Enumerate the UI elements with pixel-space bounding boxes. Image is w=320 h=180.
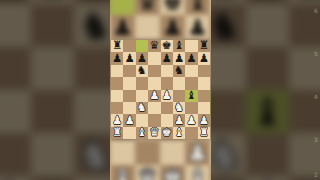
white-pawn[interactable]: ♟ [162, 90, 172, 101]
square-b3 [31, 133, 74, 176]
square-d2 [135, 140, 160, 165]
black-bishop: ♝ [187, 0, 208, 14]
square-g6[interactable] [185, 65, 197, 77]
black-pawn[interactable]: ♟ [186, 53, 196, 64]
square-g2: ♟ [210, 140, 211, 165]
white-bishop: ♝ [112, 166, 133, 180]
square-h1[interactable]: ♜ [198, 127, 210, 139]
black-knight[interactable]: ♞ [137, 65, 147, 76]
square-c3[interactable]: ♞ [136, 102, 148, 114]
square-g6 [210, 40, 211, 65]
square-f1: ♝ [185, 165, 210, 180]
square-e7: ♟ [160, 15, 185, 40]
square-g4[interactable]: ♝ [185, 90, 197, 102]
square-d8[interactable]: ♛ [148, 40, 160, 52]
rank-label: 4 [314, 93, 318, 100]
black-pawn: ♟ [187, 16, 208, 39]
square-d8: ♛ [135, 0, 160, 15]
white-bishop: ♝ [187, 166, 208, 180]
rank-label: 6 [314, 7, 318, 14]
square-g5 [210, 65, 211, 90]
square-b4[interactable] [123, 90, 135, 102]
square-e8: ♚ [160, 0, 185, 15]
rank-label: 5 [314, 50, 318, 57]
chess-board-grid[interactable]: ♜♛♚♝♜♟♟♟♟♟♟♟♞♞♟♟♝♞♞♟♟♟♟♟♜♝♛♚♝♜ [111, 40, 210, 139]
white-king: ♚ [162, 166, 183, 180]
white-pawn: ♟ [207, 178, 242, 180]
black-knight: ♞ [207, 6, 242, 45]
white-pawn[interactable]: ♟ [149, 90, 159, 101]
white-pawn: ♟ [0, 178, 27, 180]
square-h4[interactable] [198, 90, 210, 102]
black-pawn: ♟ [112, 16, 133, 39]
square-e2 [160, 140, 185, 165]
square-e1: ♚ [160, 165, 185, 180]
black-bishop[interactable]: ♝ [186, 90, 196, 101]
square-a6[interactable] [111, 65, 123, 77]
white-bishop[interactable]: ♝ [174, 127, 184, 138]
square-c7: ♟ [110, 15, 135, 40]
black-king: ♚ [162, 0, 183, 14]
square-c2 [110, 140, 135, 165]
square-f2: ♟ [185, 140, 210, 165]
rank-label: 3 [314, 136, 318, 143]
square-h7[interactable]: ♟ [198, 52, 210, 64]
square-b2[interactable]: ♟ [123, 114, 135, 126]
square-a4[interactable] [111, 90, 123, 102]
black-pawn: ♟ [78, 0, 113, 2]
square-f8: ♝ [185, 0, 210, 15]
chess-board[interactable]: ♜♛♚♝♜♟♟♟♟♟♟♟♞♞♟♟♝♞♞♟♟♟♟♟♜♝♛♚♝♜ [111, 40, 210, 139]
square-b6[interactable] [123, 65, 135, 77]
black-pawn[interactable]: ♟ [162, 53, 172, 64]
black-queen: ♛ [137, 0, 158, 14]
square-d6[interactable] [148, 65, 160, 77]
white-pawn[interactable]: ♟ [124, 115, 134, 126]
white-bishop[interactable]: ♝ [137, 127, 147, 138]
white-knight: ♞ [78, 135, 113, 174]
square-a2: ♟ [0, 176, 31, 180]
black-bishop: ♝ [250, 92, 285, 131]
square-g4: ♝ [210, 90, 211, 115]
black-pawn: ♟ [0, 0, 27, 2]
square-e3[interactable] [161, 102, 173, 114]
square-d4[interactable]: ♟ [148, 90, 160, 102]
white-queen: ♛ [137, 166, 158, 180]
square-a5 [0, 47, 31, 90]
video-strip: ♜♛♚♝♜♟♟♟♟♟♟♟♞♞♟♟♝♞♞♟♟♟♟♟♜♝♛♚♝♜ ♜♛♚♝♜♟♟♟♟… [110, 0, 211, 180]
square-g1 [210, 165, 211, 180]
square-g6 [246, 4, 289, 47]
square-b1[interactable] [123, 127, 135, 139]
white-pawn[interactable]: ♟ [186, 115, 196, 126]
square-f5[interactable] [173, 77, 185, 89]
square-b4 [31, 90, 74, 133]
square-b5 [31, 47, 74, 90]
square-e1[interactable]: ♚ [161, 127, 173, 139]
white-rook[interactable]: ♜ [112, 127, 122, 138]
square-c1[interactable]: ♝ [136, 127, 148, 139]
white-king[interactable]: ♚ [162, 127, 172, 138]
white-knight: ♞ [207, 135, 242, 174]
black-pawn: ♟ [162, 16, 183, 39]
square-c1: ♝ [110, 165, 135, 180]
black-pawn[interactable]: ♟ [199, 53, 209, 64]
white-pawn: ♟ [187, 141, 208, 164]
white-rook[interactable]: ♜ [199, 127, 209, 138]
square-g8 [210, 0, 211, 15]
square-b7[interactable]: ♟ [123, 52, 135, 64]
square-g7: ♟ [210, 15, 211, 40]
black-pawn: ♟ [250, 0, 285, 2]
square-g7[interactable]: ♟ [185, 52, 197, 64]
black-knight[interactable]: ♞ [174, 65, 184, 76]
square-a1[interactable]: ♜ [111, 127, 123, 139]
video-frame: ♜♛♚♝♜♟♟♟♟♟♟♟♞♞♟♟♝♞♞♟♟♟♟♟♜♝♛♚♝♜ 6 5 4 3 2… [0, 0, 320, 180]
square-c6[interactable]: ♞ [136, 65, 148, 77]
square-d1[interactable]: ♛ [148, 127, 160, 139]
rank-label: 2 [314, 171, 318, 178]
white-queen[interactable]: ♛ [149, 127, 159, 138]
square-d3[interactable] [148, 102, 160, 114]
white-pawn: ♟ [35, 178, 70, 180]
white-knight[interactable]: ♞ [137, 102, 147, 113]
square-b6 [31, 4, 74, 47]
square-c5[interactable] [136, 77, 148, 89]
square-a3 [0, 133, 31, 176]
square-d7[interactable] [148, 52, 160, 64]
black-pawn[interactable]: ♟ [112, 53, 122, 64]
square-g3 [210, 115, 211, 140]
white-pawn: ♟ [250, 178, 285, 180]
black-pawn: ♟ [207, 0, 242, 2]
square-f7: ♟ [185, 15, 210, 40]
square-h6[interactable] [198, 65, 210, 77]
square-d7 [135, 15, 160, 40]
square-a4 [0, 90, 31, 133]
square-d1: ♛ [135, 165, 160, 180]
square-g4: ♝ [246, 90, 289, 133]
square-a6 [0, 4, 31, 47]
square-b2: ♟ [31, 176, 74, 180]
black-pawn[interactable]: ♟ [124, 53, 134, 64]
square-a5[interactable] [111, 77, 123, 89]
background-rank-coordinates: 6 5 4 3 2 [310, 0, 319, 180]
square-e6[interactable] [161, 65, 173, 77]
square-a7[interactable]: ♟ [111, 52, 123, 64]
square-e7[interactable]: ♟ [161, 52, 173, 64]
square-f1[interactable]: ♝ [173, 127, 185, 139]
square-c8 [110, 0, 135, 15]
square-g1[interactable] [185, 127, 197, 139]
black-pawn: ♟ [35, 0, 70, 2]
square-h5[interactable] [198, 77, 210, 89]
black-knight: ♞ [78, 6, 113, 45]
black-queen[interactable]: ♛ [149, 40, 159, 51]
square-g5 [246, 47, 289, 90]
square-f6[interactable]: ♞ [173, 65, 185, 77]
square-g3 [246, 133, 289, 176]
square-g2: ♟ [246, 176, 289, 180]
square-e4[interactable]: ♟ [161, 90, 173, 102]
square-g2[interactable]: ♟ [185, 114, 197, 126]
square-b5[interactable] [123, 77, 135, 89]
